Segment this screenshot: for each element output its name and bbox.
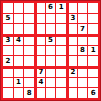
given-digit: 5: [48, 37, 53, 44]
cell-r5c1[interactable]: [3, 46, 13, 56]
cell-r7c9[interactable]: [88, 67, 98, 77]
cell-r2c6[interactable]: [56, 14, 66, 24]
cell-r6c1[interactable]: 2: [3, 56, 13, 66]
cell-r9c1[interactable]: [3, 88, 13, 98]
cell-r1c1[interactable]: [3, 3, 13, 13]
cell-r9c7[interactable]: [67, 88, 77, 98]
cell-r6c3[interactable]: [24, 56, 34, 66]
cell-r1c7[interactable]: [67, 3, 77, 13]
cell-r2c9[interactable]: [88, 14, 98, 24]
cell-r7c7[interactable]: 2: [67, 67, 77, 77]
cell-r8c3[interactable]: [24, 78, 34, 88]
given-digit: 7: [38, 69, 43, 76]
cell-r4c5[interactable]: 5: [46, 35, 56, 45]
cell-r4c7[interactable]: [67, 35, 77, 45]
cell-r6c6[interactable]: [56, 56, 66, 66]
cell-r2c7[interactable]: 3: [67, 14, 77, 24]
given-digit: 6: [91, 90, 96, 97]
cell-r7c6[interactable]: [56, 67, 66, 77]
cell-r2c2[interactable]: [14, 14, 24, 24]
cell-r3c3[interactable]: [24, 24, 34, 34]
cell-r3c7[interactable]: [67, 24, 77, 34]
cell-r9c8[interactable]: [78, 88, 88, 98]
given-digit: 2: [5, 58, 10, 65]
cell-r8c6[interactable]: [56, 78, 66, 88]
given-digit: 8: [80, 47, 85, 54]
cell-r9c2[interactable]: [14, 88, 24, 98]
cell-r1c4[interactable]: [35, 3, 45, 13]
cell-r6c7[interactable]: [67, 56, 77, 66]
cell-r6c8[interactable]: [78, 56, 88, 66]
cell-r2c1[interactable]: 5: [3, 14, 13, 24]
cell-r2c8[interactable]: [78, 14, 88, 24]
cell-r3c2[interactable]: [14, 24, 24, 34]
cell-r3c5[interactable]: [46, 24, 56, 34]
cell-r8c4[interactable]: 4: [35, 78, 45, 88]
cell-r1c9[interactable]: [88, 3, 98, 13]
cell-r1c3[interactable]: [24, 3, 34, 13]
cell-r4c9[interactable]: [88, 35, 98, 45]
cell-r8c7[interactable]: [67, 78, 77, 88]
given-digit: 5: [5, 15, 10, 22]
given-digit: 1: [16, 79, 21, 86]
cell-r3c6[interactable]: [56, 24, 66, 34]
cell-r8c9[interactable]: [88, 78, 98, 88]
given-digit: 1: [91, 47, 96, 54]
given-digit: 7: [80, 26, 85, 33]
cell-r8c5[interactable]: [46, 78, 56, 88]
given-digit: 3: [70, 15, 75, 22]
cell-r4c8[interactable]: [78, 35, 88, 45]
cell-r1c6[interactable]: 1: [56, 3, 66, 13]
cell-r6c5[interactable]: [46, 56, 56, 66]
cell-r7c5[interactable]: [46, 67, 56, 77]
given-digit: 1: [59, 4, 64, 11]
cell-r3c9[interactable]: [88, 24, 98, 34]
cell-r5c8[interactable]: 8: [78, 46, 88, 56]
cell-r4c2[interactable]: 4: [14, 35, 24, 45]
given-digit: 3: [5, 37, 10, 44]
cell-r5c9[interactable]: 1: [88, 46, 98, 56]
cell-r7c2[interactable]: [14, 67, 24, 77]
given-digit: 2: [70, 69, 75, 76]
cell-r3c8[interactable]: 7: [78, 24, 88, 34]
cell-r1c5[interactable]: 6: [46, 3, 56, 13]
sudoku-board: 61537345812721486: [0, 0, 101, 101]
cell-r2c3[interactable]: [24, 14, 34, 24]
given-digit: 4: [16, 37, 21, 44]
cell-r3c4[interactable]: [35, 24, 45, 34]
cell-r9c6[interactable]: [56, 88, 66, 98]
cell-r5c4[interactable]: [35, 46, 45, 56]
cell-r6c2[interactable]: [14, 56, 24, 66]
cell-r9c5[interactable]: [46, 88, 56, 98]
given-digit: 6: [48, 4, 53, 11]
cell-r8c1[interactable]: [3, 78, 13, 88]
cell-r5c2[interactable]: [14, 46, 24, 56]
cell-r4c3[interactable]: [24, 35, 34, 45]
cell-r5c3[interactable]: [24, 46, 34, 56]
cell-r7c8[interactable]: [78, 67, 88, 77]
cell-r2c4[interactable]: [35, 14, 45, 24]
cell-r5c7[interactable]: [67, 46, 77, 56]
cell-r7c4[interactable]: 7: [35, 67, 45, 77]
cell-r6c9[interactable]: [88, 56, 98, 66]
given-digit: 8: [27, 90, 32, 97]
cell-r3c1[interactable]: [3, 24, 13, 34]
cell-r5c5[interactable]: [46, 46, 56, 56]
cell-r2c5[interactable]: [46, 14, 56, 24]
cell-r9c4[interactable]: [35, 88, 45, 98]
given-digit: 4: [38, 79, 43, 86]
cell-r4c6[interactable]: [56, 35, 66, 45]
cell-r8c2[interactable]: 1: [14, 78, 24, 88]
cell-r8c8[interactable]: [78, 78, 88, 88]
cell-r1c2[interactable]: [14, 3, 24, 13]
cell-r9c3[interactable]: 8: [24, 88, 34, 98]
cell-r7c1[interactable]: [3, 67, 13, 77]
cell-r9c9[interactable]: 6: [88, 88, 98, 98]
cell-r5c6[interactable]: [56, 46, 66, 56]
cell-r4c1[interactable]: 3: [3, 35, 13, 45]
cell-r1c8[interactable]: [78, 3, 88, 13]
cell-r6c4[interactable]: [35, 56, 45, 66]
cell-r4c4[interactable]: [35, 35, 45, 45]
cell-r7c3[interactable]: [24, 67, 34, 77]
